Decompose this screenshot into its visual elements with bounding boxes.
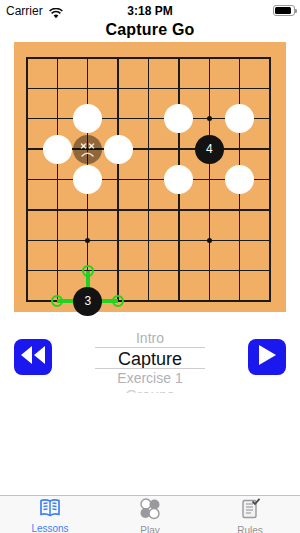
board-grid-line	[26, 270, 271, 271]
board-grid-line	[269, 57, 271, 302]
picker-divider-top	[95, 347, 205, 348]
page-title: Capture Go	[0, 21, 300, 39]
white-stone	[104, 135, 133, 164]
tab-lessons[interactable]: Lessons	[0, 496, 100, 533]
star-point	[85, 238, 90, 243]
liberty-marker	[112, 295, 124, 307]
board-grid-line	[26, 209, 271, 210]
lesson-picker[interactable]: Intro Capture Exercise 1 Groups	[95, 325, 205, 393]
black-stone-liberty-count: 3	[73, 287, 102, 316]
white-stone	[225, 104, 254, 133]
tab-bar: Lessons Play	[0, 495, 300, 533]
picker-divider-bottom	[95, 368, 205, 369]
white-stone	[164, 165, 193, 194]
rewind-icon	[19, 344, 47, 370]
tab-play[interactable]: Play	[100, 496, 200, 533]
board-grid-line	[209, 57, 210, 302]
white-stone	[164, 104, 193, 133]
white-stone	[73, 104, 102, 133]
white-stone	[73, 165, 102, 194]
battery-icon	[273, 5, 295, 16]
tab-lessons-label: Lessons	[31, 523, 68, 533]
picker-item-capture-selected[interactable]: Capture	[95, 349, 205, 370]
picker-item-intro[interactable]: Intro	[95, 330, 205, 346]
status-bar: Carrier 3:18 PM	[0, 0, 300, 20]
open-book-icon	[38, 498, 62, 522]
tab-play-label: Play	[140, 525, 159, 533]
tab-rules-label: Rules	[237, 525, 263, 533]
star-point	[207, 238, 212, 243]
clock: 3:18 PM	[0, 4, 300, 18]
next-lesson-button[interactable]	[248, 339, 286, 375]
go-board[interactable]: 43	[14, 42, 286, 312]
dead-face-icon	[73, 135, 102, 164]
white-stone	[225, 165, 254, 194]
picker-item-groups[interactable]: Groups	[95, 386, 205, 393]
app-screen: Carrier 3:18 PM Capture Go 43 Intro Capt…	[0, 0, 300, 533]
go-stones-icon	[138, 498, 162, 524]
captured-stone	[73, 135, 102, 164]
white-stone	[43, 135, 72, 164]
previous-lesson-button[interactable]	[14, 339, 52, 375]
star-point	[207, 116, 212, 121]
black-stone-liberty-count: 4	[195, 135, 224, 164]
picker-item-exercise1[interactable]: Exercise 1	[95, 370, 205, 386]
play-arrow-icon	[255, 343, 279, 371]
document-check-icon	[238, 498, 262, 524]
liberty-marker	[51, 295, 63, 307]
board-grid-line	[26, 240, 271, 241]
liberty-marker	[82, 265, 94, 277]
tab-rules[interactable]: Rules	[200, 496, 300, 533]
